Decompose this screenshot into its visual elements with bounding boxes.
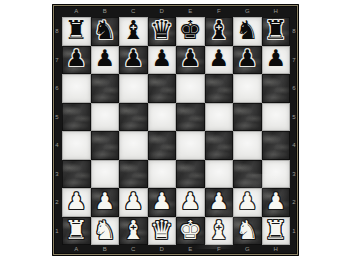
square-h3[interactable]	[262, 160, 291, 189]
rank-label-right-1: 1	[290, 217, 298, 246]
file-label-bottom-h: H	[262, 245, 291, 253]
square-b7[interactable]: ♟	[91, 46, 120, 75]
square-c3[interactable]	[119, 160, 148, 189]
piece-white-pawn[interactable]: ♟	[208, 190, 229, 213]
file-label-bottom-d: D	[148, 245, 177, 253]
file-label-bottom-g: G	[233, 245, 262, 253]
square-c4[interactable]	[119, 131, 148, 160]
square-e7[interactable]: ♟	[176, 46, 205, 75]
square-f2[interactable]: ♟	[205, 188, 234, 217]
piece-white-pawn[interactable]: ♟	[123, 190, 144, 213]
square-h2[interactable]: ♟	[262, 188, 291, 217]
square-b1[interactable]: ♞	[91, 217, 120, 246]
file-label-bottom-e: E	[176, 245, 205, 253]
square-a3[interactable]	[62, 160, 91, 189]
piece-white-queen[interactable]: ♛	[150, 217, 173, 243]
square-e1[interactable]: ♚	[176, 217, 205, 246]
square-g5[interactable]	[233, 103, 262, 132]
square-f3[interactable]	[205, 160, 234, 189]
piece-black-knight[interactable]: ♞	[93, 17, 116, 43]
piece-white-pawn[interactable]: ♟	[237, 190, 258, 213]
file-label-top-d: D	[148, 7, 177, 15]
square-g6[interactable]	[233, 74, 262, 103]
square-a1[interactable]: ♜	[62, 217, 91, 246]
square-e8[interactable]: ♚	[176, 17, 205, 46]
square-h5[interactable]	[262, 103, 291, 132]
square-d4[interactable]	[148, 131, 177, 160]
square-f8[interactable]: ♝	[205, 17, 234, 46]
square-b8[interactable]: ♞	[91, 17, 120, 46]
file-label-bottom-b: B	[91, 245, 120, 253]
square-d1[interactable]: ♛	[148, 217, 177, 246]
square-c5[interactable]	[119, 103, 148, 132]
square-h6[interactable]	[262, 74, 291, 103]
file-label-top-c: C	[119, 7, 148, 15]
file-label-bottom-a: A	[62, 245, 91, 253]
rank-label-right-5: 5	[290, 103, 298, 132]
piece-white-king[interactable]: ♚	[179, 217, 202, 243]
piece-black-pawn[interactable]: ♟	[123, 47, 144, 70]
piece-white-rook[interactable]: ♜	[264, 217, 287, 243]
file-label-top-g: G	[233, 7, 262, 15]
square-f1[interactable]: ♝	[205, 217, 234, 246]
rank-label-right-8: 8	[290, 17, 298, 46]
piece-black-rook[interactable]: ♜	[264, 17, 287, 43]
square-g2[interactable]: ♟	[233, 188, 262, 217]
square-d6[interactable]	[148, 74, 177, 103]
piece-white-rook[interactable]: ♜	[65, 217, 88, 243]
rank-label-right-4: 4	[290, 131, 298, 160]
square-g4[interactable]	[233, 131, 262, 160]
square-g1[interactable]: ♞	[233, 217, 262, 246]
rank-label-right-7: 7	[290, 46, 298, 75]
piece-black-pawn[interactable]: ♟	[265, 47, 286, 70]
rank-label-right-6: 6	[290, 74, 298, 103]
rank-label-left-1: 1	[53, 217, 61, 246]
rank-label-right-3: 3	[290, 160, 298, 189]
square-e4[interactable]	[176, 131, 205, 160]
file-label-top-a: A	[62, 7, 91, 15]
square-b2[interactable]: ♟	[91, 188, 120, 217]
piece-black-bishop[interactable]: ♝	[122, 17, 145, 43]
square-d3[interactable]	[148, 160, 177, 189]
file-label-bottom-c: C	[119, 245, 148, 253]
piece-white-knight[interactable]: ♞	[93, 217, 116, 243]
square-d5[interactable]	[148, 103, 177, 132]
piece-black-pawn[interactable]: ♟	[208, 47, 229, 70]
rank-label-left-2: 2	[53, 188, 61, 217]
piece-black-pawn[interactable]: ♟	[66, 47, 87, 70]
square-h8[interactable]: ♜	[262, 17, 291, 46]
piece-white-pawn[interactable]: ♟	[94, 190, 115, 213]
piece-black-pawn[interactable]: ♟	[180, 47, 201, 70]
square-c7[interactable]: ♟	[119, 46, 148, 75]
piece-white-pawn[interactable]: ♟	[151, 190, 172, 213]
square-e6[interactable]	[176, 74, 205, 103]
square-b5[interactable]	[91, 103, 120, 132]
square-g8[interactable]: ♞	[233, 17, 262, 46]
square-d2[interactable]: ♟	[148, 188, 177, 217]
piece-white-bishop[interactable]: ♝	[122, 217, 145, 243]
square-h4[interactable]	[262, 131, 291, 160]
square-f6[interactable]	[205, 74, 234, 103]
piece-white-knight[interactable]: ♞	[236, 217, 259, 243]
piece-black-king[interactable]: ♚	[179, 17, 202, 43]
piece-white-pawn[interactable]: ♟	[66, 190, 87, 213]
rank-label-left-5: 5	[53, 103, 61, 132]
file-label-top-b: B	[91, 7, 120, 15]
square-e5[interactable]	[176, 103, 205, 132]
file-label-bottom-f: F	[205, 245, 234, 253]
square-a6[interactable]	[62, 74, 91, 103]
file-label-top-e: E	[176, 7, 205, 15]
square-d8[interactable]: ♛	[148, 17, 177, 46]
square-h7[interactable]: ♟	[262, 46, 291, 75]
square-d7[interactable]: ♟	[148, 46, 177, 75]
square-g3[interactable]	[233, 160, 262, 189]
piece-black-pawn[interactable]: ♟	[94, 47, 115, 70]
rank-label-left-8: 8	[53, 17, 61, 46]
square-h1[interactable]: ♜	[262, 217, 291, 246]
rank-label-right-2: 2	[290, 188, 298, 217]
page: ♜♞♝♛♚♝♞♜♟♟♟♟♟♟♟♟♟♟♟♟♟♟♟♟♜♞♝♛♚♝♞♜ AABBCCD…	[0, 0, 349, 262]
square-c6[interactable]	[119, 74, 148, 103]
square-b3[interactable]	[91, 160, 120, 189]
board-grid: ♜♞♝♛♚♝♞♜♟♟♟♟♟♟♟♟♟♟♟♟♟♟♟♟♜♞♝♛♚♝♞♜	[62, 17, 290, 245]
square-c2[interactable]: ♟	[119, 188, 148, 217]
piece-black-pawn[interactable]: ♟	[151, 47, 172, 70]
piece-black-knight[interactable]: ♞	[236, 17, 259, 43]
piece-black-pawn[interactable]: ♟	[237, 47, 258, 70]
square-a8[interactable]: ♜	[62, 17, 91, 46]
chess-board-frame: ♜♞♝♛♚♝♞♜♟♟♟♟♟♟♟♟♟♟♟♟♟♟♟♟♜♞♝♛♚♝♞♜ AABBCCD…	[52, 4, 299, 256]
square-c1[interactable]: ♝	[119, 217, 148, 246]
square-f4[interactable]	[205, 131, 234, 160]
rank-label-left-6: 6	[53, 74, 61, 103]
piece-black-bishop[interactable]: ♝	[207, 17, 230, 43]
square-e3[interactable]	[176, 160, 205, 189]
file-label-top-f: F	[205, 7, 234, 15]
square-a7[interactable]: ♟	[62, 46, 91, 75]
piece-black-rook[interactable]: ♜	[65, 17, 88, 43]
square-a2[interactable]: ♟	[62, 188, 91, 217]
square-b6[interactable]	[91, 74, 120, 103]
rank-label-left-3: 3	[53, 160, 61, 189]
square-g7[interactable]: ♟	[233, 46, 262, 75]
piece-white-bishop[interactable]: ♝	[207, 217, 230, 243]
square-f5[interactable]	[205, 103, 234, 132]
piece-black-queen[interactable]: ♛	[150, 17, 173, 43]
square-f7[interactable]: ♟	[205, 46, 234, 75]
square-a4[interactable]	[62, 131, 91, 160]
square-e2[interactable]: ♟	[176, 188, 205, 217]
rank-label-left-7: 7	[53, 46, 61, 75]
piece-white-pawn[interactable]: ♟	[265, 190, 286, 213]
rank-label-left-4: 4	[53, 131, 61, 160]
square-b4[interactable]	[91, 131, 120, 160]
file-label-top-h: H	[262, 7, 291, 15]
square-a5[interactable]	[62, 103, 91, 132]
piece-white-pawn[interactable]: ♟	[180, 190, 201, 213]
square-c8[interactable]: ♝	[119, 17, 148, 46]
